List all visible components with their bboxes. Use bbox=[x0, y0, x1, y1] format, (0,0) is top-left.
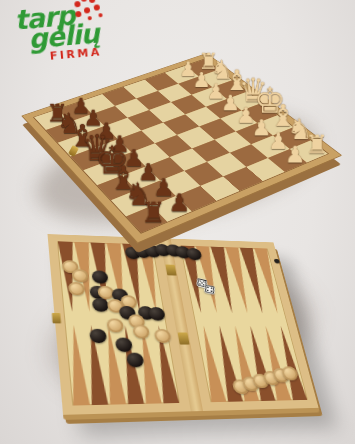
die-icon: ⚃ bbox=[204, 284, 215, 295]
black-checker bbox=[91, 271, 108, 284]
black-checker bbox=[126, 352, 144, 367]
backgammon-board: ⚄⚃ bbox=[47, 234, 318, 415]
black-checker bbox=[89, 329, 107, 343]
brand-logo: tarp gėlių FIRMA bbox=[14, 2, 103, 65]
wood-checker bbox=[132, 325, 150, 339]
black-checker bbox=[114, 338, 132, 352]
product-photo: tarp gėlių FIRMA ♜♟♟♜♞♟♟♞♝♟♟♝♛♟♟♛♚♟♟♚♝♟♟… bbox=[0, 0, 355, 444]
backgammon-pieces-layer: ⚄⚃ bbox=[47, 234, 318, 415]
wood-checker bbox=[106, 318, 124, 332]
wood-checker bbox=[68, 282, 86, 296]
white-pawn-piece: ♟ bbox=[281, 144, 309, 167]
wood-checker bbox=[71, 269, 88, 282]
black-rook-piece: ♜ bbox=[138, 198, 168, 226]
wood-checker bbox=[153, 329, 171, 343]
